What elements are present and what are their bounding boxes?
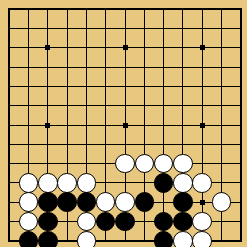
grid-line-horizontal <box>9 144 241 145</box>
star-point <box>123 45 128 50</box>
star-point <box>200 200 205 205</box>
white-stone <box>115 154 135 174</box>
black-stone <box>154 173 174 193</box>
white-stone <box>192 231 212 247</box>
white-stone <box>19 173 39 193</box>
white-stone <box>173 154 193 174</box>
black-stone <box>77 192 97 212</box>
star-point <box>200 45 205 50</box>
white-stone <box>115 192 135 212</box>
white-stone <box>173 173 193 193</box>
black-stone <box>38 212 58 232</box>
black-stone <box>38 192 58 212</box>
white-stone <box>173 231 193 247</box>
black-stone <box>173 192 193 212</box>
go-diagram <box>0 0 247 247</box>
black-stone <box>19 231 39 247</box>
black-stone <box>173 212 193 232</box>
star-point <box>45 45 50 50</box>
star-point <box>123 123 128 128</box>
star-point <box>200 123 205 128</box>
white-stone <box>212 192 232 212</box>
white-stone <box>77 231 97 247</box>
star-point <box>45 123 50 128</box>
white-stone <box>192 173 212 193</box>
white-stone <box>77 173 97 193</box>
grid-line-vertical <box>163 9 164 241</box>
white-stone <box>19 192 39 212</box>
white-stone <box>38 173 58 193</box>
black-stone <box>115 212 135 232</box>
black-stone <box>57 192 77 212</box>
black-stone <box>154 231 174 247</box>
black-stone <box>135 192 155 212</box>
white-stone <box>192 212 212 232</box>
go-board[interactable] <box>0 0 247 247</box>
black-stone <box>38 231 58 247</box>
white-stone <box>57 173 77 193</box>
